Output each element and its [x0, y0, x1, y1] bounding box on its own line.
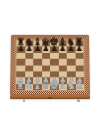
chess-board: ♜♞♝♛♚♝♞♜♟♟♟♟♟♟♟♟♟♟♟♟♟♟♟♟♜♞♝♛♚♝♞♜ [16, 41, 84, 90]
inner-trim-line: ♜♞♝♛♚♝♞♜♟♟♟♟♟♟♟♟♟♟♟♟♟♟♟♟♜♞♝♛♚♝♞♜ [15, 40, 85, 91]
product-photo-background: ♜♞♝♛♚♝♞♜♟♟♟♟♟♟♟♟♟♟♟♟♟♟♟♟♜♞♝♛♚♝♞♜ [0, 0, 100, 133]
chess-box: ♜♞♝♛♚♝♞♜♟♟♟♟♟♟♟♟♟♟♟♟♟♟♟♟♜♞♝♛♚♝♞♜ [10, 35, 90, 96]
decorative-inlay-border: ♜♞♝♛♚♝♞♜♟♟♟♟♟♟♟♟♟♟♟♟♟♟♟♟♜♞♝♛♚♝♞♜ [13, 37, 88, 93]
box-foot-left [23, 99, 26, 103]
box-foot-right [77, 99, 80, 103]
box-latch [48, 97, 52, 99]
board-frame: ♜♞♝♛♚♝♞♜♟♟♟♟♟♟♟♟♟♟♟♟♟♟♟♟♜♞♝♛♚♝♞♜ [10, 35, 90, 96]
board-square[interactable]: ♜ [75, 84, 84, 90]
chess-piece-wR[interactable]: ♜ [75, 80, 85, 90]
